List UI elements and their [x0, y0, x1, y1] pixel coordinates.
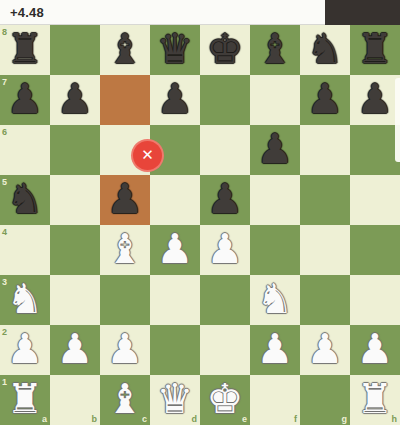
- square-d4[interactable]: ♟: [150, 225, 200, 275]
- evaluation-section: +4.48: [0, 0, 325, 25]
- square-d2[interactable]: [150, 325, 200, 375]
- file-label: g: [342, 414, 348, 424]
- black-pawn[interactable]: ♟: [250, 125, 300, 175]
- square-d1[interactable]: d♛: [150, 375, 200, 425]
- square-h2[interactable]: ♟: [350, 325, 400, 375]
- square-a5[interactable]: 5♞: [0, 175, 50, 225]
- square-e7[interactable]: [200, 75, 250, 125]
- square-f3[interactable]: ♞: [250, 275, 300, 325]
- square-e8[interactable]: ♚: [200, 25, 250, 75]
- black-rook[interactable]: ♜: [0, 25, 50, 75]
- square-a3[interactable]: 3♞: [0, 275, 50, 325]
- file-label: f: [294, 414, 297, 424]
- square-c2[interactable]: ♟: [100, 325, 150, 375]
- file-label: b: [92, 414, 98, 424]
- square-a1[interactable]: 1a♜: [0, 375, 50, 425]
- square-h8[interactable]: ♜: [350, 25, 400, 75]
- black-pawn[interactable]: ♟: [350, 75, 400, 125]
- evaluation-value: +4.48: [10, 5, 44, 20]
- white-pawn[interactable]: ♟: [350, 325, 400, 375]
- square-b2[interactable]: ♟: [50, 325, 100, 375]
- square-f7[interactable]: [250, 75, 300, 125]
- square-b5[interactable]: [50, 175, 100, 225]
- white-bishop[interactable]: ♝: [100, 225, 150, 275]
- square-d3[interactable]: [150, 275, 200, 325]
- black-bishop[interactable]: ♝: [100, 25, 150, 75]
- square-e1[interactable]: e♚: [200, 375, 250, 425]
- white-knight[interactable]: ♞: [0, 275, 50, 325]
- square-b3[interactable]: [50, 275, 100, 325]
- black-pawn[interactable]: ♟: [50, 75, 100, 125]
- square-h1[interactable]: h♜: [350, 375, 400, 425]
- evaluation-bar: +4.48: [0, 0, 400, 25]
- square-c8[interactable]: ♝: [100, 25, 150, 75]
- white-pawn[interactable]: ♟: [250, 325, 300, 375]
- white-queen[interactable]: ♛: [150, 375, 200, 425]
- square-b7[interactable]: ♟: [50, 75, 100, 125]
- square-a6[interactable]: 6: [0, 125, 50, 175]
- chess-board[interactable]: 8♜♝♛♚♝♞♜7♟♟♟♟♟6♟5♞♟♟4♝♟♟3♞♞2♟♟♟♟♟♟1a♜bc♝…: [0, 25, 400, 425]
- black-pawn[interactable]: ♟: [200, 175, 250, 225]
- square-c3[interactable]: [100, 275, 150, 325]
- square-c7[interactable]: [100, 75, 150, 125]
- square-c1[interactable]: c♝: [100, 375, 150, 425]
- black-knight[interactable]: ♞: [0, 175, 50, 225]
- square-f8[interactable]: ♝: [250, 25, 300, 75]
- square-c5[interactable]: ♟: [100, 175, 150, 225]
- square-h6[interactable]: [350, 125, 400, 175]
- square-f4[interactable]: [250, 225, 300, 275]
- square-b1[interactable]: b: [50, 375, 100, 425]
- blunder-x-glyph: ✕: [141, 148, 154, 163]
- rank-label: 6: [2, 127, 7, 137]
- square-g6[interactable]: [300, 125, 350, 175]
- square-b4[interactable]: [50, 225, 100, 275]
- square-d8[interactable]: ♛: [150, 25, 200, 75]
- square-b8[interactable]: [50, 25, 100, 75]
- square-f6[interactable]: ♟: [250, 125, 300, 175]
- square-e5[interactable]: ♟: [200, 175, 250, 225]
- white-knight[interactable]: ♞: [250, 275, 300, 325]
- rank-label: 4: [2, 227, 7, 237]
- square-a7[interactable]: 7♟: [0, 75, 50, 125]
- square-e2[interactable]: [200, 325, 250, 375]
- black-king[interactable]: ♚: [200, 25, 250, 75]
- white-pawn[interactable]: ♟: [50, 325, 100, 375]
- black-pawn[interactable]: ♟: [150, 75, 200, 125]
- black-pawn[interactable]: ♟: [0, 75, 50, 125]
- square-f2[interactable]: ♟: [250, 325, 300, 375]
- black-knight[interactable]: ♞: [300, 25, 350, 75]
- white-pawn[interactable]: ♟: [100, 325, 150, 375]
- black-rook[interactable]: ♜: [350, 25, 400, 75]
- white-bishop[interactable]: ♝: [100, 375, 150, 425]
- black-pawn[interactable]: ♟: [100, 175, 150, 225]
- square-e3[interactable]: [200, 275, 250, 325]
- square-h7[interactable]: ♟: [350, 75, 400, 125]
- square-e4[interactable]: ♟: [200, 225, 250, 275]
- black-pawn[interactable]: ♟: [300, 75, 350, 125]
- square-g5[interactable]: [300, 175, 350, 225]
- white-pawn[interactable]: ♟: [150, 225, 200, 275]
- square-e6[interactable]: [200, 125, 250, 175]
- white-rook[interactable]: ♜: [350, 375, 400, 425]
- black-bishop[interactable]: ♝: [250, 25, 300, 75]
- square-g2[interactable]: ♟: [300, 325, 350, 375]
- square-a2[interactable]: 2♟: [0, 325, 50, 375]
- blunder-x-icon: ✕: [133, 141, 162, 170]
- square-d5[interactable]: [150, 175, 200, 225]
- scrollbar-thumb[interactable]: [395, 78, 400, 162]
- square-g7[interactable]: ♟: [300, 75, 350, 125]
- square-g8[interactable]: ♞: [300, 25, 350, 75]
- square-h3[interactable]: [350, 275, 400, 325]
- square-d7[interactable]: ♟: [150, 75, 200, 125]
- square-b6[interactable]: [50, 125, 100, 175]
- white-king[interactable]: ♚: [200, 375, 250, 425]
- white-rook[interactable]: ♜: [0, 375, 50, 425]
- square-g1[interactable]: g: [300, 375, 350, 425]
- square-g3[interactable]: [300, 275, 350, 325]
- square-f1[interactable]: f: [250, 375, 300, 425]
- white-pawn[interactable]: ♟: [300, 325, 350, 375]
- black-queen[interactable]: ♛: [150, 25, 200, 75]
- square-g4[interactable]: [300, 225, 350, 275]
- square-h5[interactable]: [350, 175, 400, 225]
- square-h4[interactable]: [350, 225, 400, 275]
- square-a8[interactable]: 8♜: [0, 25, 50, 75]
- square-f5[interactable]: [250, 175, 300, 225]
- header-dark-region: [325, 0, 400, 25]
- square-c4[interactable]: ♝: [100, 225, 150, 275]
- white-pawn[interactable]: ♟: [0, 325, 50, 375]
- white-pawn[interactable]: ♟: [200, 225, 250, 275]
- app-screen: +4.48 8♜♝♛♚♝♞♜7♟♟♟♟♟6♟5♞♟♟4♝♟♟3♞♞2♟♟♟♟♟♟…: [0, 0, 400, 425]
- square-a4[interactable]: 4: [0, 225, 50, 275]
